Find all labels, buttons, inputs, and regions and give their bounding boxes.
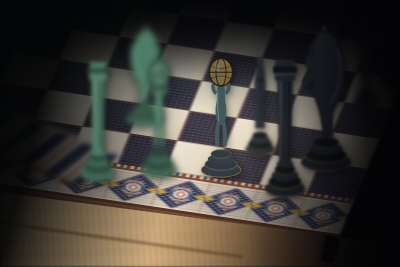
chess-set-photo [0, 0, 400, 267]
gold-triangle-inlay [15, 166, 27, 174]
gold-triangle-inlay [252, 202, 264, 210]
gold-triangle-inlay [335, 214, 347, 222]
piece-white-pawn-atlas [132, 56, 186, 178]
piece-black-pawn-atlas-focal [191, 54, 251, 178]
gold-triangle-inlay [205, 195, 217, 203]
piece-white-rook-column [72, 54, 124, 182]
gold-triangle-inlay [157, 188, 169, 196]
piece-black-rook-column [255, 50, 315, 198]
gold-triangle-inlay [300, 209, 312, 217]
